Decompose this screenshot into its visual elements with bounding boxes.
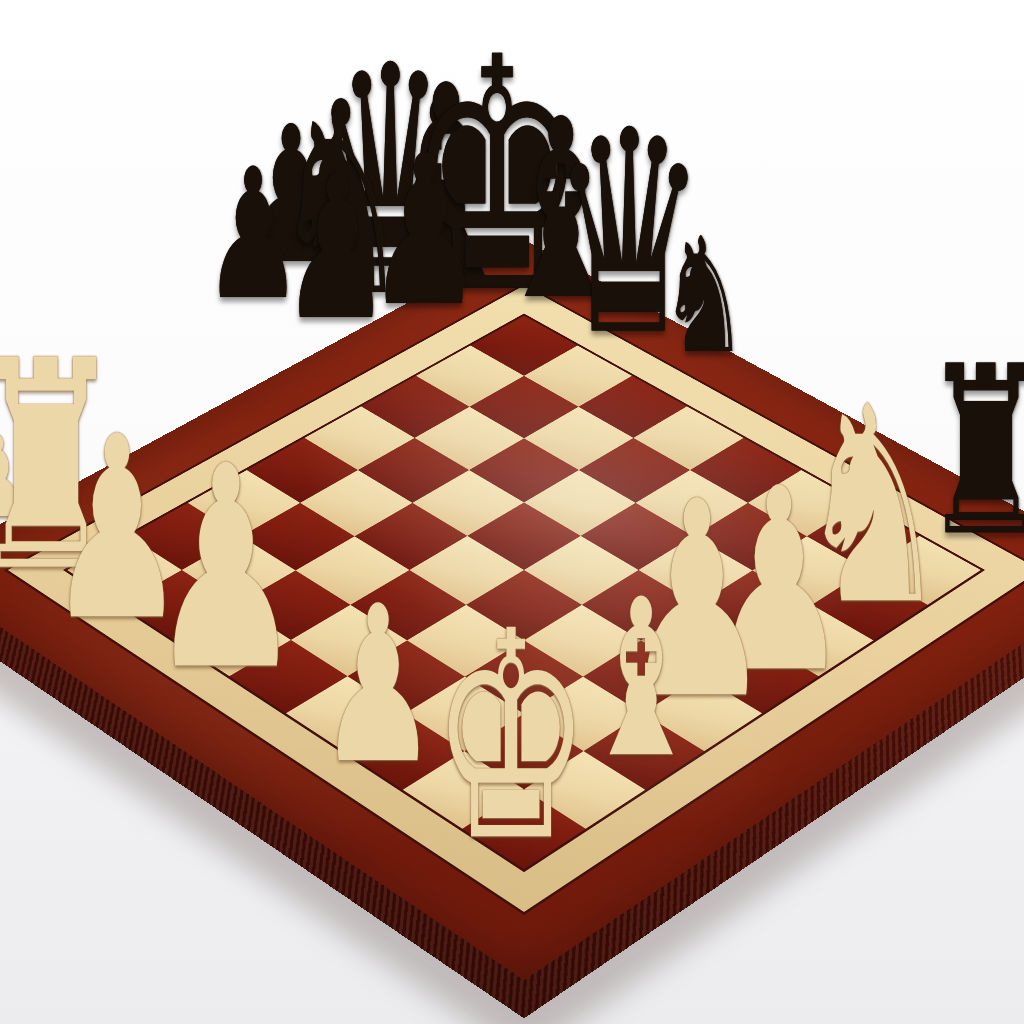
chess-photo-scene: ♟♛♝♚♞♟♝♟♟♛♞♟♜♜♞♟♟♟♟♝♟♚ bbox=[0, 0, 1024, 1024]
perspective-container bbox=[0, 0, 1024, 1024]
board-inner-maple-strip bbox=[4, 283, 1024, 915]
board-frame bbox=[0, 240, 1024, 981]
